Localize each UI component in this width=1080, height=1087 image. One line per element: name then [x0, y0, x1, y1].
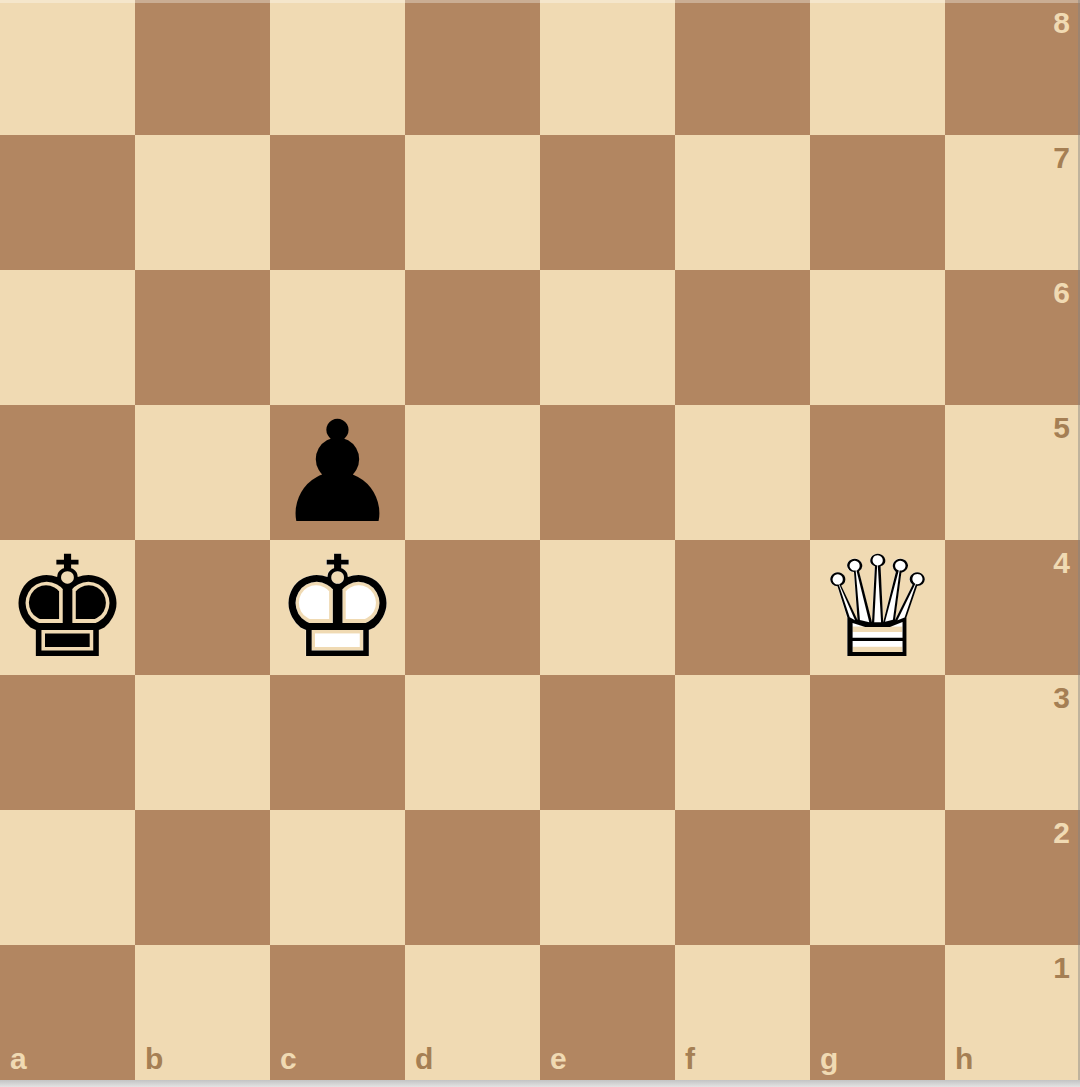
file-label-e: e [550, 1044, 567, 1074]
square-b6[interactable] [135, 270, 270, 405]
square-a8[interactable] [0, 0, 135, 135]
square-h6[interactable]: 6 [945, 270, 1080, 405]
chess-board: 876♟5♚♚♔♛♕432abcdefgh1 [0, 0, 1080, 1080]
black-king-glyph: ♚ [0, 540, 135, 675]
square-d5[interactable] [405, 405, 540, 540]
square-b3[interactable] [135, 675, 270, 810]
rank-label-7: 7 [1053, 143, 1070, 173]
square-f1[interactable]: f [675, 945, 810, 1080]
rank-label-5: 5 [1053, 413, 1070, 443]
square-g2[interactable] [810, 810, 945, 945]
file-label-a: a [10, 1044, 27, 1074]
square-e5[interactable] [540, 405, 675, 540]
square-g1[interactable]: g [810, 945, 945, 1080]
square-f3[interactable] [675, 675, 810, 810]
square-c3[interactable] [270, 675, 405, 810]
rank-label-1: 1 [1053, 953, 1070, 983]
rank-label-4: 4 [1053, 548, 1070, 578]
square-e7[interactable] [540, 135, 675, 270]
square-g3[interactable] [810, 675, 945, 810]
square-b5[interactable] [135, 405, 270, 540]
black-pawn-glyph: ♟ [270, 405, 405, 540]
square-h1[interactable]: h1 [945, 945, 1080, 1080]
black-pawn[interactable]: ♟ [270, 405, 405, 540]
square-h5[interactable]: 5 [945, 405, 1080, 540]
square-c1[interactable]: c [270, 945, 405, 1080]
square-g8[interactable] [810, 0, 945, 135]
square-h3[interactable]: 3 [945, 675, 1080, 810]
square-e3[interactable] [540, 675, 675, 810]
square-b1[interactable]: b [135, 945, 270, 1080]
file-label-b: b [145, 1044, 163, 1074]
white-queen[interactable]: ♛♕ [810, 540, 945, 675]
square-g4[interactable]: ♛♕ [810, 540, 945, 675]
square-h8[interactable]: 8 [945, 0, 1080, 135]
square-b4[interactable] [135, 540, 270, 675]
white-king-outline: ♔ [270, 540, 405, 675]
square-a6[interactable] [0, 270, 135, 405]
square-a1[interactable]: a [0, 945, 135, 1080]
square-g5[interactable] [810, 405, 945, 540]
square-d6[interactable] [405, 270, 540, 405]
rank-label-3: 3 [1053, 683, 1070, 713]
square-c5[interactable]: ♟ [270, 405, 405, 540]
rank-label-2: 2 [1053, 818, 1070, 848]
rank-label-8: 8 [1053, 8, 1070, 38]
square-e6[interactable] [540, 270, 675, 405]
rank-label-6: 6 [1053, 278, 1070, 308]
square-c4[interactable]: ♚♔ [270, 540, 405, 675]
square-d1[interactable]: d [405, 945, 540, 1080]
square-f2[interactable] [675, 810, 810, 945]
square-d3[interactable] [405, 675, 540, 810]
file-label-f: f [685, 1044, 695, 1074]
square-d8[interactable] [405, 0, 540, 135]
square-f4[interactable] [675, 540, 810, 675]
square-d2[interactable] [405, 810, 540, 945]
square-c7[interactable] [270, 135, 405, 270]
square-c6[interactable] [270, 270, 405, 405]
square-d4[interactable] [405, 540, 540, 675]
square-f8[interactable] [675, 0, 810, 135]
file-label-c: c [280, 1044, 297, 1074]
file-label-g: g [820, 1044, 838, 1074]
square-f6[interactable] [675, 270, 810, 405]
square-b2[interactable] [135, 810, 270, 945]
square-h2[interactable]: 2 [945, 810, 1080, 945]
square-b8[interactable] [135, 0, 270, 135]
square-f7[interactable] [675, 135, 810, 270]
square-g6[interactable] [810, 270, 945, 405]
square-a5[interactable] [0, 405, 135, 540]
square-f5[interactable] [675, 405, 810, 540]
white-queen-outline: ♕ [810, 540, 945, 675]
file-label-d: d [415, 1044, 433, 1074]
page-bottom-strip [0, 1080, 1080, 1087]
square-e2[interactable] [540, 810, 675, 945]
file-label-h: h [955, 1044, 973, 1074]
square-c2[interactable] [270, 810, 405, 945]
square-e4[interactable] [540, 540, 675, 675]
square-h4[interactable]: 4 [945, 540, 1080, 675]
black-king[interactable]: ♚ [0, 540, 135, 675]
square-a3[interactable] [0, 675, 135, 810]
square-c8[interactable] [270, 0, 405, 135]
square-b7[interactable] [135, 135, 270, 270]
square-a7[interactable] [0, 135, 135, 270]
square-d7[interactable] [405, 135, 540, 270]
square-a2[interactable] [0, 810, 135, 945]
page: 876♟5♚♚♔♛♕432abcdefgh1 [0, 0, 1080, 1087]
square-h7[interactable]: 7 [945, 135, 1080, 270]
square-e8[interactable] [540, 0, 675, 135]
square-a4[interactable]: ♚ [0, 540, 135, 675]
square-g7[interactable] [810, 135, 945, 270]
white-king[interactable]: ♚♔ [270, 540, 405, 675]
square-e1[interactable]: e [540, 945, 675, 1080]
